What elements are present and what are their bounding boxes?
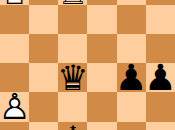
square-a7[interactable] [0,5,29,34]
square-e7[interactable] [117,5,146,34]
square-e4[interactable] [117,92,146,121]
black-king-glyph: ♚ [57,122,88,130]
square-b7[interactable] [29,5,58,34]
white-pawn-outline-glyph: ♙ [0,89,31,125]
square-e3[interactable] [117,122,146,130]
square-f3[interactable] [146,122,175,130]
square-e5[interactable]: ♟ [117,63,146,92]
square-b6[interactable] [29,34,58,63]
piece-black-pawn-f5[interactable]: ♟ [146,63,175,92]
piece-white-pawn-a4[interactable]: ♟♙ [0,92,29,121]
square-c4[interactable] [58,92,87,121]
piece-black-queen-c5[interactable]: ♛ [58,63,87,92]
square-c7[interactable] [58,5,87,34]
chess-board-grid: ♚♔♜♖♛♟♟♟♙♚ [0,0,175,130]
square-c3[interactable]: ♚ [58,122,87,130]
square-b4[interactable] [29,92,58,121]
square-b3[interactable] [29,122,58,130]
square-d4[interactable] [87,92,116,121]
black-queen-glyph: ♛ [57,60,88,95]
square-c5[interactable]: ♛ [58,63,87,92]
square-a6[interactable] [0,34,29,63]
square-b5[interactable] [29,63,58,92]
square-a4[interactable]: ♟♙ [0,92,29,121]
square-d5[interactable] [87,63,116,92]
square-f7[interactable] [146,5,175,34]
queen-base-highlight [66,84,79,86]
square-d6[interactable] [87,34,116,63]
chess-board-crop: ♚♔♜♖♛♟♟♟♙♚ [0,0,175,130]
square-a3[interactable] [0,122,29,130]
square-f4[interactable] [146,92,175,121]
black-pawn-glyph: ♟ [115,60,147,96]
square-f5[interactable]: ♟ [146,63,175,92]
piece-black-pawn-e5[interactable]: ♟ [117,63,146,92]
piece-black-king-c3[interactable]: ♚ [58,122,87,130]
black-pawn-glyph: ♟ [144,60,175,96]
square-d7[interactable] [87,5,116,34]
square-d3[interactable] [87,122,116,130]
